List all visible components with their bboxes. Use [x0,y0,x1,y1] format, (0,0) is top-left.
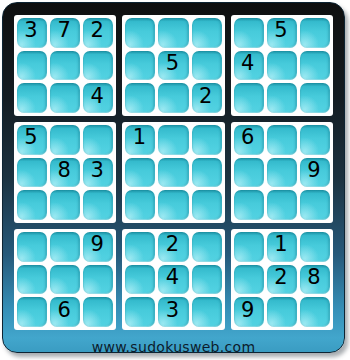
given-digit: 4 [241,53,254,74]
given-digit: 9 [307,160,320,181]
cell-r8c4[interactable] [125,265,155,295]
given-digit: 5 [274,20,287,41]
cell-r5c4[interactable] [125,158,155,188]
sudoku-box-9: 1289 [231,229,333,330]
sudoku-box-3: 54 [231,15,333,116]
cell-r1c5[interactable] [158,18,188,48]
cell-r1c7[interactable] [234,18,264,48]
cell-r7c4[interactable] [125,232,155,262]
given-digit: 2 [91,20,104,41]
sudoku-box-2: 52 [122,15,224,116]
cell-r5c6[interactable] [192,158,222,188]
cell-r8c5[interactable]: 4 [158,265,188,295]
given-digit: 3 [91,160,104,181]
given-digit: 6 [241,127,254,148]
sudoku-board: 37245254583169962431289 [14,15,333,330]
board-frame: 37245254583169962431289 www.sudokusweb.c… [2,2,345,353]
cell-r7c2[interactable] [50,232,80,262]
cell-r8c9[interactable]: 8 [300,265,330,295]
cell-r6c5[interactable] [158,190,188,220]
cell-r3c8[interactable] [267,83,297,113]
given-digit: 8 [57,160,70,181]
given-digit: 3 [166,300,179,321]
cell-r4c9[interactable] [300,125,330,155]
cell-r8c6[interactable] [192,265,222,295]
cell-r8c8[interactable]: 2 [267,265,297,295]
given-digit: 3 [24,20,37,41]
cell-r2c9[interactable] [300,51,330,81]
sudoku-box-7: 96 [14,229,116,330]
cell-r4c4[interactable]: 1 [125,125,155,155]
cell-r9c2[interactable]: 6 [50,297,80,327]
given-digit: 2 [274,267,287,288]
cell-r1c3[interactable]: 2 [83,18,113,48]
cell-r6c6[interactable] [192,190,222,220]
cell-r9c4[interactable] [125,297,155,327]
cell-r3c9[interactable] [300,83,330,113]
given-digit: 4 [166,267,179,288]
cell-r9c5[interactable]: 3 [158,297,188,327]
given-digit: 2 [199,86,212,107]
given-digit: 9 [91,234,104,255]
cell-r5c2[interactable]: 8 [50,158,80,188]
cell-r3c1[interactable] [17,83,47,113]
cell-r7c8[interactable]: 1 [267,232,297,262]
cell-r2c8[interactable] [267,51,297,81]
cell-r7c3[interactable]: 9 [83,232,113,262]
footer-band: www.sudokusweb.com [14,330,333,360]
given-digit: 2 [166,234,179,255]
cell-r3c7[interactable] [234,83,264,113]
cell-r5c3[interactable]: 3 [83,158,113,188]
cell-r9c1[interactable] [17,297,47,327]
given-digit: 7 [57,20,70,41]
sudoku-box-6: 69 [231,122,333,223]
given-digit: 6 [57,300,70,321]
cell-r1c2[interactable]: 7 [50,18,80,48]
cell-r8c1[interactable] [17,265,47,295]
cell-r3c5[interactable] [158,83,188,113]
cell-r4c3[interactable] [83,125,113,155]
cell-r8c2[interactable] [50,265,80,295]
cell-r7c9[interactable] [300,232,330,262]
cell-r2c6[interactable] [192,51,222,81]
cell-r6c7[interactable] [234,190,264,220]
cell-r7c7[interactable] [234,232,264,262]
given-digit: 5 [166,53,179,74]
cell-r4c6[interactable] [192,125,222,155]
cell-r6c1[interactable] [17,190,47,220]
cell-r1c9[interactable] [300,18,330,48]
cell-r1c6[interactable] [192,18,222,48]
cell-r2c3[interactable] [83,51,113,81]
given-digit: 8 [307,267,320,288]
cell-r2c1[interactable] [17,51,47,81]
cell-r2c7[interactable]: 4 [234,51,264,81]
cell-r6c2[interactable] [50,190,80,220]
cell-r3c3[interactable]: 4 [83,83,113,113]
cell-r3c4[interactable] [125,83,155,113]
cell-r4c8[interactable] [267,125,297,155]
cell-r9c8[interactable] [267,297,297,327]
cell-r1c8[interactable]: 5 [267,18,297,48]
sudoku-box-1: 3724 [14,15,116,116]
cell-r4c5[interactable] [158,125,188,155]
cell-r9c6[interactable] [192,297,222,327]
cell-r7c5[interactable]: 2 [158,232,188,262]
sudoku-box-4: 583 [14,122,116,223]
cell-r7c6[interactable] [192,232,222,262]
cell-r5c7[interactable] [234,158,264,188]
cell-r5c9[interactable]: 9 [300,158,330,188]
cell-r6c9[interactable] [300,190,330,220]
cell-r4c2[interactable] [50,125,80,155]
given-digit: 5 [24,127,37,148]
cell-r1c4[interactable] [125,18,155,48]
sudoku-widget: 37245254583169962431289 www.sudokusweb.c… [0,0,350,360]
cell-r6c3[interactable] [83,190,113,220]
cell-r5c5[interactable] [158,158,188,188]
cell-r8c7[interactable] [234,265,264,295]
cell-r2c4[interactable] [125,51,155,81]
cell-r4c1[interactable]: 5 [17,125,47,155]
cell-r4c7[interactable]: 6 [234,125,264,155]
cell-r7c1[interactable] [17,232,47,262]
given-digit: 1 [274,234,287,255]
sudoku-box-8: 243 [122,229,224,330]
cell-r5c1[interactable] [17,158,47,188]
cell-r3c6[interactable]: 2 [192,83,222,113]
cell-r9c9[interactable] [300,297,330,327]
cell-r9c3[interactable] [83,297,113,327]
cell-r3c2[interactable] [50,83,80,113]
cell-r6c8[interactable] [267,190,297,220]
cell-r2c5[interactable]: 5 [158,51,188,81]
cell-r9c7[interactable]: 9 [234,297,264,327]
cell-r6c4[interactable] [125,190,155,220]
cell-r8c3[interactable] [83,265,113,295]
given-digit: 4 [91,86,104,107]
given-digit: 1 [133,127,146,148]
given-digit: 9 [241,300,254,321]
cell-r5c8[interactable] [267,158,297,188]
cell-r1c1[interactable]: 3 [17,18,47,48]
cell-r2c2[interactable] [50,51,80,81]
site-url: www.sudokusweb.com [92,339,256,355]
sudoku-box-5: 1 [122,122,224,223]
